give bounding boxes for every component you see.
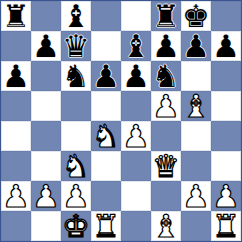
square-g6[interactable] [181, 61, 211, 91]
square-b3[interactable] [31, 151, 61, 181]
square-d7[interactable] [91, 31, 121, 61]
square-c2[interactable]: ♟ [61, 181, 91, 211]
square-e7[interactable]: ♝ [121, 31, 151, 61]
black-pawn-icon[interactable]: ♟ [92, 61, 120, 91]
black-queen-icon[interactable]: ♛ [62, 31, 90, 61]
white-rook-icon[interactable]: ♜ [212, 211, 240, 241]
square-f6[interactable]: ♞ [151, 61, 181, 91]
black-pawn-icon[interactable]: ♟ [212, 31, 240, 61]
white-queen-icon[interactable]: ♛ [152, 151, 180, 181]
square-d5[interactable] [91, 91, 121, 121]
square-a2[interactable]: ♟ [1, 181, 31, 211]
white-bishop-icon[interactable]: ♝ [182, 91, 210, 121]
square-f1[interactable]: ♝ [151, 211, 181, 241]
black-knight-icon[interactable]: ♞ [62, 61, 90, 91]
square-c3[interactable]: ♞ [61, 151, 91, 181]
white-rook-icon[interactable]: ♜ [92, 211, 120, 241]
square-b7[interactable]: ♟ [31, 31, 61, 61]
square-c5[interactable] [61, 91, 91, 121]
square-d2[interactable] [91, 181, 121, 211]
square-b2[interactable]: ♟ [31, 181, 61, 211]
square-g1[interactable] [181, 211, 211, 241]
white-bishop-icon[interactable]: ♝ [152, 211, 180, 241]
square-h5[interactable] [211, 91, 241, 121]
square-g4[interactable] [181, 121, 211, 151]
square-c4[interactable] [61, 121, 91, 151]
square-e1[interactable] [121, 211, 151, 241]
black-knight-icon[interactable]: ♞ [152, 61, 180, 91]
square-f5[interactable]: ♟ [151, 91, 181, 121]
square-c7[interactable]: ♛ [61, 31, 91, 61]
square-e6[interactable]: ♟ [121, 61, 151, 91]
square-h4[interactable] [211, 121, 241, 151]
square-d1[interactable]: ♜ [91, 211, 121, 241]
square-g7[interactable]: ♟ [181, 31, 211, 61]
square-g3[interactable] [181, 151, 211, 181]
square-c6[interactable]: ♞ [61, 61, 91, 91]
square-b5[interactable] [31, 91, 61, 121]
square-b8[interactable] [31, 1, 61, 31]
square-f7[interactable]: ♟ [151, 31, 181, 61]
square-e8[interactable] [121, 1, 151, 31]
square-g2[interactable]: ♟ [181, 181, 211, 211]
square-e5[interactable] [121, 91, 151, 121]
black-pawn-icon[interactable]: ♟ [32, 31, 60, 61]
black-bishop-icon[interactable]: ♝ [62, 1, 90, 31]
white-pawn-icon[interactable]: ♟ [2, 181, 30, 211]
square-c1[interactable]: ♚ [61, 211, 91, 241]
square-f8[interactable]: ♜ [151, 1, 181, 31]
square-g5[interactable]: ♝ [181, 91, 211, 121]
square-h3[interactable] [211, 151, 241, 181]
square-d3[interactable] [91, 151, 121, 181]
square-d8[interactable] [91, 1, 121, 31]
black-pawn-icon[interactable]: ♟ [2, 61, 30, 91]
square-e2[interactable] [121, 181, 151, 211]
black-rook-icon[interactable]: ♜ [2, 1, 30, 31]
square-h8[interactable] [211, 1, 241, 31]
square-a6[interactable]: ♟ [1, 61, 31, 91]
square-h7[interactable]: ♟ [211, 31, 241, 61]
square-a3[interactable] [1, 151, 31, 181]
square-h6[interactable] [211, 61, 241, 91]
square-d4[interactable]: ♞ [91, 121, 121, 151]
square-b6[interactable] [31, 61, 61, 91]
white-pawn-icon[interactable]: ♟ [182, 181, 210, 211]
black-rook-icon[interactable]: ♜ [152, 1, 180, 31]
white-pawn-icon[interactable]: ♟ [62, 181, 90, 211]
square-b4[interactable] [31, 121, 61, 151]
square-f4[interactable] [151, 121, 181, 151]
square-e4[interactable]: ♟ [121, 121, 151, 151]
square-h2[interactable]: ♟ [211, 181, 241, 211]
square-c8[interactable]: ♝ [61, 1, 91, 31]
black-pawn-icon[interactable]: ♟ [182, 31, 210, 61]
black-king-icon[interactable]: ♚ [182, 1, 210, 31]
square-f3[interactable]: ♛ [151, 151, 181, 181]
square-a5[interactable] [1, 91, 31, 121]
white-knight-icon[interactable]: ♞ [62, 151, 90, 181]
white-pawn-icon[interactable]: ♟ [32, 181, 60, 211]
square-a1[interactable] [1, 211, 31, 241]
square-g8[interactable]: ♚ [181, 1, 211, 31]
white-pawn-icon[interactable]: ♟ [152, 91, 180, 121]
white-pawn-icon[interactable]: ♟ [212, 181, 240, 211]
white-king-icon[interactable]: ♚ [62, 211, 90, 241]
square-h1[interactable]: ♜ [211, 211, 241, 241]
black-bishop-icon[interactable]: ♝ [122, 31, 150, 61]
square-e3[interactable] [121, 151, 151, 181]
square-a7[interactable] [1, 31, 31, 61]
square-a4[interactable] [1, 121, 31, 151]
square-d6[interactable]: ♟ [91, 61, 121, 91]
square-f2[interactable] [151, 181, 181, 211]
white-knight-icon[interactable]: ♞ [92, 121, 120, 151]
white-pawn-icon[interactable]: ♟ [122, 121, 150, 151]
black-pawn-icon[interactable]: ♟ [152, 31, 180, 61]
black-pawn-icon[interactable]: ♟ [122, 61, 150, 91]
square-b1[interactable] [31, 211, 61, 241]
chess-board: ♜♝♜♚♟♛♝♟♟♟♟♞♟♟♞♟♝♞♟♞♛♟♟♟♟♟♚♜♝♜ [0, 0, 242, 242]
square-a8[interactable]: ♜ [1, 1, 31, 31]
